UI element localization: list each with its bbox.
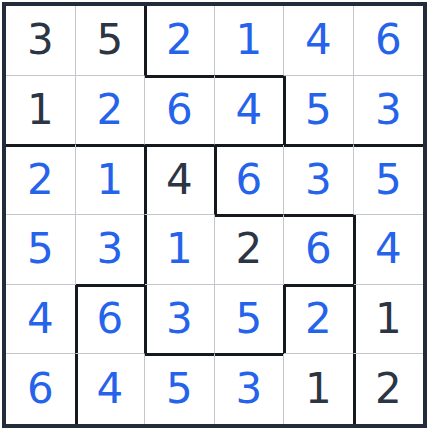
cell-r6c4[interactable]: 3 — [215, 354, 285, 424]
cell-r4c1[interactable]: 5 — [6, 215, 76, 285]
cell-r6c1[interactable]: 6 — [6, 354, 76, 424]
cell-r6c2[interactable]: 4 — [76, 354, 146, 424]
cell-r4c4[interactable]: 2 — [215, 215, 285, 285]
cell-r5c1[interactable]: 4 — [6, 285, 76, 355]
cell-r2c3[interactable]: 6 — [145, 76, 215, 146]
cell-r5c6[interactable]: 1 — [354, 285, 424, 355]
cell-r1c3[interactable]: 2 — [145, 6, 215, 76]
cell-r3c5[interactable]: 3 — [284, 145, 354, 215]
cell-r4c2[interactable]: 3 — [76, 215, 146, 285]
cell-r3c4[interactable]: 6 — [215, 145, 285, 215]
cell-r1c1[interactable]: 3 — [6, 6, 76, 76]
cell-r5c2[interactable]: 6 — [76, 285, 146, 355]
cell-r3c2[interactable]: 1 — [76, 145, 146, 215]
cell-r1c2[interactable]: 5 — [76, 6, 146, 76]
puzzle-page: 352146126453214635531264463521645312 — [0, 0, 429, 430]
cell-r2c1[interactable]: 1 — [6, 76, 76, 146]
cell-r4c5[interactable]: 6 — [284, 215, 354, 285]
cell-r3c3[interactable]: 4 — [145, 145, 215, 215]
cell-r5c3[interactable]: 3 — [145, 285, 215, 355]
cell-r5c5[interactable]: 2 — [284, 285, 354, 355]
cell-r6c3[interactable]: 5 — [145, 354, 215, 424]
cell-r3c6[interactable]: 5 — [354, 145, 424, 215]
sudoku-board: 352146126453214635531264463521645312 — [2, 2, 427, 428]
cell-r1c4[interactable]: 1 — [215, 6, 285, 76]
cell-r3c1[interactable]: 2 — [6, 145, 76, 215]
cell-r2c5[interactable]: 5 — [284, 76, 354, 146]
cell-r4c3[interactable]: 1 — [145, 215, 215, 285]
cell-r2c6[interactable]: 3 — [354, 76, 424, 146]
cell-r2c4[interactable]: 4 — [215, 76, 285, 146]
cell-r4c6[interactable]: 4 — [354, 215, 424, 285]
cell-r2c2[interactable]: 2 — [76, 76, 146, 146]
cell-r1c5[interactable]: 4 — [284, 6, 354, 76]
cell-r5c4[interactable]: 5 — [215, 285, 285, 355]
cell-r6c5[interactable]: 1 — [284, 354, 354, 424]
cell-r1c6[interactable]: 6 — [354, 6, 424, 76]
cell-r6c6[interactable]: 2 — [354, 354, 424, 424]
